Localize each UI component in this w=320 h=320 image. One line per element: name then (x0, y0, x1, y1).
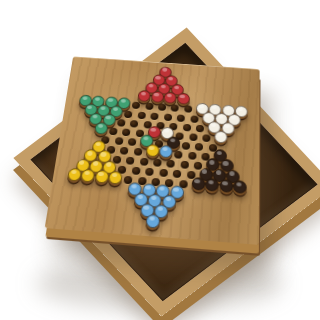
board-hole[interactable] (173, 170, 182, 178)
board-hole[interactable] (164, 113, 172, 121)
board-cell (132, 166, 140, 176)
board-cell (110, 174, 118, 184)
peg-yellow[interactable] (67, 167, 82, 181)
board-hole[interactable] (202, 134, 210, 142)
board-hole[interactable] (183, 123, 191, 131)
board-cell (121, 146, 129, 156)
board-cell (154, 158, 162, 168)
board-hole[interactable] (137, 111, 145, 119)
board-cell (130, 119, 138, 129)
board-hole[interactable] (122, 128, 131, 136)
board-cell (117, 118, 125, 127)
board-cell (160, 168, 168, 178)
board-cell (207, 181, 214, 192)
board-hole[interactable] (167, 160, 176, 168)
board-cell (134, 147, 142, 157)
peg-red[interactable] (164, 92, 177, 104)
product-photo-scene (0, 0, 320, 320)
chinese-checkers-board (45, 56, 260, 244)
board-cell (138, 110, 145, 119)
board-hole[interactable] (189, 133, 197, 141)
peg-dark-brown[interactable] (191, 177, 205, 191)
board-cell (167, 159, 175, 169)
board-hole[interactable] (126, 157, 135, 165)
board-cell (166, 95, 173, 104)
board-cell (140, 157, 148, 167)
board-hole[interactable] (195, 143, 203, 151)
board-cell (161, 149, 169, 159)
board-cell (96, 125, 104, 135)
board-hole[interactable] (182, 142, 190, 150)
board-hole[interactable] (177, 114, 185, 122)
peg-yellow[interactable] (108, 170, 123, 184)
peg-dark-brown[interactable] (233, 180, 247, 194)
board-cell (153, 94, 160, 103)
board-hole[interactable] (153, 159, 162, 167)
board-hole[interactable] (159, 169, 168, 177)
board-hole[interactable] (184, 106, 192, 114)
board-hole[interactable] (134, 148, 143, 156)
board-cell (189, 132, 196, 142)
board-hole[interactable] (109, 127, 118, 135)
board-hole[interactable] (196, 124, 204, 132)
board-cell (173, 169, 181, 179)
board-cell (146, 167, 154, 177)
board-hole[interactable] (124, 110, 133, 118)
board-cell (140, 93, 147, 102)
board-cell (188, 151, 195, 161)
board-hole[interactable] (132, 167, 141, 175)
board-cell (185, 105, 192, 114)
peg-white[interactable] (214, 131, 227, 144)
board-cell (235, 183, 242, 194)
board-cell (151, 111, 158, 120)
board-hole[interactable] (145, 168, 154, 176)
board-hole[interactable] (120, 147, 129, 155)
board-cell (203, 133, 210, 143)
board-cell (193, 180, 200, 190)
peg-grid (63, 64, 245, 236)
peg-red[interactable] (151, 91, 164, 103)
board-hole[interactable] (139, 158, 148, 166)
board-cell (83, 172, 91, 182)
board-cell (181, 160, 188, 170)
board-hole[interactable] (188, 152, 197, 160)
board-hole[interactable] (130, 120, 139, 128)
peg-dark-brown[interactable] (219, 179, 233, 193)
board-cell (145, 102, 152, 111)
board-cell (109, 126, 117, 136)
peg-red[interactable] (138, 90, 152, 102)
board-cell (182, 141, 189, 151)
board-cell (164, 112, 171, 121)
peg-red[interactable] (177, 93, 190, 105)
board-cell (196, 142, 203, 152)
board-hole[interactable] (114, 137, 123, 145)
board-cell (191, 114, 198, 123)
board-cell (132, 101, 139, 110)
board-hole[interactable] (158, 104, 166, 112)
board-cell (221, 182, 228, 193)
peg-blue[interactable] (159, 145, 173, 158)
board-hole[interactable] (128, 138, 137, 146)
board-hole[interactable] (190, 115, 198, 123)
board-cell (69, 171, 77, 181)
peg-green[interactable] (94, 122, 108, 135)
board-cell (126, 156, 134, 166)
board-cell (175, 150, 182, 160)
board-cell (197, 123, 204, 133)
peg-yellow[interactable] (94, 169, 109, 183)
board-hole[interactable] (132, 102, 140, 109)
board-cell (216, 134, 223, 144)
board-hole[interactable] (180, 161, 189, 169)
board-cell (179, 96, 186, 105)
board-cell (125, 109, 133, 118)
board-cell (128, 137, 136, 147)
board-cell (177, 113, 184, 122)
board-cell (123, 127, 131, 137)
board-hole[interactable] (151, 112, 159, 120)
board-hole[interactable] (171, 105, 179, 113)
board-hole[interactable] (145, 103, 153, 111)
board-cell (148, 148, 156, 158)
board-cell (183, 123, 190, 133)
board-cell (148, 218, 156, 229)
board-cell (115, 136, 123, 146)
board-cell (171, 104, 178, 113)
board-cell (158, 103, 165, 112)
board-hole[interactable] (174, 151, 183, 159)
board-hole[interactable] (117, 119, 126, 127)
board-cell (97, 173, 105, 183)
